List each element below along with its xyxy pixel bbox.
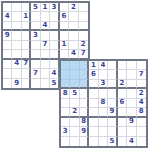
tl-cell-r7c3[interactable]: 7	[22, 60, 31, 69]
tl-cell-r5c7[interactable]: 1	[60, 41, 69, 50]
br-cell-r2c9[interactable]: 7	[137, 70, 146, 79]
br-cell-r3c3[interactable]	[80, 80, 89, 89]
br-cell-r3c2[interactable]	[70, 80, 79, 89]
br-cell-r7c9[interactable]	[137, 118, 146, 127]
br-cell-r4c7[interactable]	[118, 89, 127, 98]
tl-cell-r9c1[interactable]	[3, 79, 12, 88]
br-cell-r4c5[interactable]	[99, 89, 108, 98]
tl-cell-r1c7[interactable]	[60, 3, 69, 12]
sudoku-grid-bottom-right: 146732852864298893954	[59, 59, 148, 148]
br-cell-r1c3[interactable]	[80, 61, 89, 70]
tl-cell-r4c2[interactable]	[12, 31, 21, 40]
tl-cell-r7c1[interactable]	[3, 60, 12, 69]
tl-cell-r4c6[interactable]	[50, 31, 59, 40]
br-cell-r9c4[interactable]	[89, 137, 98, 146]
br-cell-r3c5[interactable]: 3	[99, 80, 108, 89]
br-cell-r9c7[interactable]	[118, 137, 127, 146]
br-cell-r8c9[interactable]	[137, 127, 146, 136]
br-cell-r1c8[interactable]	[127, 61, 136, 70]
tl-cell-r4c4[interactable]: 3	[31, 31, 40, 40]
tl-cell-r4c8[interactable]	[69, 31, 78, 40]
br-cell-r4c9[interactable]: 2	[137, 89, 146, 98]
br-cell-r6c1[interactable]	[61, 108, 70, 117]
tl-cell-r3c8[interactable]	[69, 22, 78, 31]
br-cell-r5c7[interactable]: 6	[118, 99, 127, 108]
br-cell-r9c9[interactable]	[137, 137, 146, 146]
br-cell-r3c6[interactable]	[108, 80, 117, 89]
tl-cell-r9c5[interactable]	[41, 79, 50, 88]
tl-cell-r5c6[interactable]	[50, 41, 59, 50]
tl-cell-r6c2[interactable]	[12, 50, 21, 59]
br-cell-r6c2[interactable]: 2	[70, 108, 79, 117]
br-cell-r4c8[interactable]	[127, 89, 136, 98]
tl-cell-r4c1[interactable]: 9	[3, 31, 12, 40]
br-cell-r2c3[interactable]	[80, 70, 89, 79]
tl-cell-r1c5[interactable]: 1	[41, 3, 50, 12]
tl-cell-r3c2[interactable]	[12, 22, 21, 31]
tl-cell-r6c1[interactable]	[3, 50, 12, 59]
br-cell-r5c3[interactable]	[80, 99, 89, 108]
tl-cell-r1c8[interactable]: 2	[69, 3, 78, 12]
tl-cell-r3c3[interactable]	[22, 22, 31, 31]
tl-cell-r2c6[interactable]	[50, 12, 59, 21]
tl-cell-r4c3[interactable]	[22, 31, 31, 40]
br-cell-r8c7[interactable]	[118, 127, 127, 136]
tl-cell-r8c2[interactable]	[12, 69, 21, 78]
tl-cell-r2c3[interactable]: 1	[22, 12, 31, 21]
br-cell-r8c5[interactable]	[99, 127, 108, 136]
tl-cell-r2c4[interactable]	[31, 12, 40, 21]
br-cell-r8c1[interactable]: 3	[61, 127, 70, 136]
br-cell-r2c2[interactable]	[70, 70, 79, 79]
tl-cell-r1c3[interactable]	[22, 3, 31, 12]
tl-cell-r3c5[interactable]: 4	[41, 22, 50, 31]
br-cell-r9c8[interactable]: 4	[127, 137, 136, 146]
br-cell-r5c4[interactable]	[89, 99, 98, 108]
br-cell-r1c4[interactable]: 1	[89, 61, 98, 70]
br-cell-r7c3[interactable]: 8	[80, 118, 89, 127]
tl-cell-r3c9[interactable]	[79, 22, 88, 31]
tl-cell-r3c4[interactable]	[31, 22, 40, 31]
br-cell-r1c7[interactable]	[118, 61, 127, 70]
br-cell-r5c8[interactable]	[127, 99, 136, 108]
tl-cell-r1c1[interactable]	[3, 3, 12, 12]
tl-cell-r5c1[interactable]	[3, 41, 12, 50]
tl-cell-r4c9[interactable]	[79, 31, 88, 40]
tl-cell-r1c2[interactable]	[12, 3, 21, 12]
br-cell-r6c7[interactable]	[118, 108, 127, 117]
tl-cell-r8c3[interactable]	[22, 69, 31, 78]
br-cell-r1c5[interactable]: 4	[99, 61, 108, 70]
br-cell-r4c3[interactable]	[80, 89, 89, 98]
tl-cell-r4c7[interactable]	[60, 31, 69, 40]
tl-cell-r1c6[interactable]: 3	[50, 3, 59, 12]
br-cell-r6c8[interactable]	[127, 108, 136, 117]
br-cell-r1c1[interactable]	[61, 61, 70, 70]
tl-cell-r6c3[interactable]	[22, 50, 31, 59]
tl-cell-r3c7[interactable]	[60, 22, 69, 31]
br-cell-r7c2[interactable]	[70, 118, 79, 127]
br-cell-r2c4[interactable]: 6	[89, 70, 98, 79]
br-cell-r6c9[interactable]: 8	[137, 108, 146, 117]
br-cell-r4c1[interactable]: 8	[61, 89, 70, 98]
tl-cell-r5c3[interactable]	[22, 41, 31, 50]
tl-cell-r2c7[interactable]: 6	[60, 12, 69, 21]
br-cell-r5c5[interactable]: 8	[99, 99, 108, 108]
tl-cell-r9c4[interactable]	[31, 79, 40, 88]
br-cell-r6c6[interactable]: 9	[108, 108, 117, 117]
br-cell-r3c1[interactable]	[61, 80, 70, 89]
br-cell-r6c3[interactable]	[80, 108, 89, 117]
tl-cell-r8c5[interactable]	[41, 69, 50, 78]
tl-cell-r1c4[interactable]: 5	[31, 3, 40, 12]
tl-cell-r7c2[interactable]: 4	[12, 60, 21, 69]
tl-cell-r2c8[interactable]	[69, 12, 78, 21]
br-cell-r9c6[interactable]: 5	[108, 137, 117, 146]
tl-cell-r3c1[interactable]	[3, 22, 12, 31]
br-cell-r4c2[interactable]: 5	[70, 89, 79, 98]
tl-cell-r5c5[interactable]: 7	[41, 41, 50, 50]
br-cell-r9c3[interactable]	[80, 137, 89, 146]
tl-cell-r6c5[interactable]	[41, 50, 50, 59]
br-cell-r9c5[interactable]	[99, 137, 108, 146]
tl-cell-r6c4[interactable]	[31, 50, 40, 59]
tl-cell-r2c1[interactable]: 4	[3, 12, 12, 21]
br-cell-r8c3[interactable]: 9	[80, 127, 89, 136]
br-cell-r1c2[interactable]	[70, 61, 79, 70]
br-cell-r4c6[interactable]	[108, 89, 117, 98]
br-cell-r1c9[interactable]	[137, 61, 146, 70]
tl-cell-r5c2[interactable]	[12, 41, 21, 50]
br-cell-r6c5[interactable]	[99, 108, 108, 117]
br-cell-r3c8[interactable]	[127, 80, 136, 89]
tl-cell-r9c2[interactable]: 9	[12, 79, 21, 88]
br-cell-r7c8[interactable]: 9	[127, 118, 136, 127]
br-cell-r7c5[interactable]	[99, 118, 108, 127]
br-cell-r3c9[interactable]	[137, 80, 146, 89]
br-cell-r9c1[interactable]	[61, 137, 70, 146]
tl-cell-r3c6[interactable]	[50, 22, 59, 31]
tl-cell-r5c4[interactable]	[31, 41, 40, 50]
br-cell-r7c6[interactable]	[108, 118, 117, 127]
br-cell-r8c2[interactable]	[70, 127, 79, 136]
br-cell-r9c2[interactable]	[70, 137, 79, 146]
tl-cell-r2c9[interactable]	[79, 12, 88, 21]
br-cell-r1c6[interactable]	[108, 61, 117, 70]
tl-cell-r8c4[interactable]: 7	[31, 69, 40, 78]
tl-cell-r7c4[interactable]	[31, 60, 40, 69]
br-cell-r8c6[interactable]	[108, 127, 117, 136]
tl-cell-r2c2[interactable]	[12, 12, 21, 21]
br-cell-r3c7[interactable]: 2	[118, 80, 127, 89]
br-cell-r8c8[interactable]	[127, 127, 136, 136]
tl-cell-r1c9[interactable]	[79, 3, 88, 12]
br-cell-r2c6[interactable]	[108, 70, 117, 79]
br-cell-r6c4[interactable]	[89, 108, 98, 117]
tl-cell-r8c1[interactable]	[3, 69, 12, 78]
tl-cell-r9c3[interactable]	[22, 79, 31, 88]
twin-sudoku-board: 513241649371247477495 146732852864298893…	[0, 0, 150, 150]
tl-cell-r7c5[interactable]	[41, 60, 50, 69]
br-cell-r3c4[interactable]	[89, 80, 98, 89]
tl-cell-r4c5[interactable]	[41, 31, 50, 40]
br-cell-r7c7[interactable]	[118, 118, 127, 127]
br-cell-r7c1[interactable]	[61, 118, 70, 127]
br-cell-r2c8[interactable]	[127, 70, 136, 79]
br-cell-r7c4[interactable]	[89, 118, 98, 127]
br-cell-r4c4[interactable]	[89, 89, 98, 98]
br-cell-r5c1[interactable]	[61, 99, 70, 108]
br-cell-r8c4[interactable]	[89, 127, 98, 136]
br-cell-r2c1[interactable]	[61, 70, 70, 79]
